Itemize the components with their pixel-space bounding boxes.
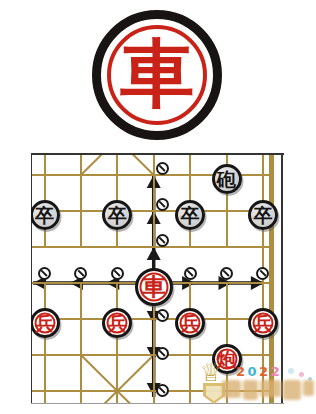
piece-glyph: 卒 <box>181 206 200 225</box>
piece-glyph: 車 <box>142 275 166 299</box>
board-border <box>31 153 32 404</box>
move-point-marker[interactable] <box>184 267 197 280</box>
watermark-year-digit: 2 <box>236 364 248 379</box>
move-point-marker[interactable] <box>156 384 169 397</box>
palace-diagonal <box>104 355 154 404</box>
black-soldier-c7[interactable]: 卒 <box>31 200 60 230</box>
move-point-marker[interactable] <box>74 267 87 280</box>
board-grid-line <box>116 282 118 404</box>
move-point-marker[interactable] <box>256 267 269 280</box>
move-point-marker[interactable] <box>156 347 169 360</box>
piece-glyph: 兵 <box>35 314 54 333</box>
piece-glyph: 砲 <box>217 170 236 189</box>
marker-slash <box>40 269 47 276</box>
palace-diagonal <box>81 355 130 404</box>
board-grid-line <box>189 282 191 404</box>
marker-slash <box>159 311 166 318</box>
red-soldier-c4[interactable]: 兵 <box>31 308 60 338</box>
board-grid-line <box>80 153 82 248</box>
move-point-marker[interactable] <box>220 267 233 280</box>
piece-glyph: 卒 <box>35 206 54 225</box>
piece-glyph: 兵 <box>253 314 272 333</box>
black-cannon-h8[interactable]: 砲 <box>212 164 242 194</box>
watermark-blur-text <box>222 380 314 402</box>
move-point-marker[interactable] <box>156 162 169 175</box>
marker-slash <box>159 236 166 243</box>
move-point-marker[interactable] <box>38 267 51 280</box>
palace-diagonal <box>81 153 103 175</box>
black-soldier-i7[interactable]: 卒 <box>248 200 278 230</box>
watermark-year-digit: 2 <box>271 364 283 379</box>
emblem-glyph: 車 <box>120 36 194 110</box>
palace-diagonal <box>132 153 154 175</box>
marker-slash <box>259 269 266 276</box>
watermark-year-digit: 0 <box>248 364 260 379</box>
crown-icon: ♕ <box>200 358 222 387</box>
watermark-dot <box>299 372 304 377</box>
marker-slash <box>113 269 120 276</box>
watermark-dot <box>288 368 294 374</box>
red-chariot-f5[interactable]: 車 <box>135 268 173 306</box>
piece-glyph: 卒 <box>253 206 272 225</box>
marker-slash <box>159 349 166 356</box>
arrowhead-up <box>147 247 161 260</box>
emblem-inner-ring: 車 <box>107 25 207 125</box>
piece-glyph: 兵 <box>108 314 127 333</box>
marker-slash <box>159 200 166 207</box>
marker-slash <box>186 269 193 276</box>
chariot-emblem: 車 <box>92 10 222 140</box>
board-grid-line <box>80 282 82 404</box>
diagram-page: 車 砲卒卒卒卒車兵兵兵兵炮 ♕ 2022 <box>0 0 316 414</box>
marker-slash <box>77 269 84 276</box>
red-soldier-i4[interactable]: 兵 <box>248 308 278 338</box>
black-soldier-e7[interactable]: 卒 <box>102 200 132 230</box>
watermark-year-digit: 2 <box>259 364 271 379</box>
move-point-marker[interactable] <box>156 234 169 247</box>
board-grid-line <box>44 282 46 404</box>
marker-slash <box>222 269 229 276</box>
move-point-marker[interactable] <box>111 267 124 280</box>
board-grid-line <box>153 153 155 248</box>
marker-slash <box>159 164 166 171</box>
piece-glyph: 兵 <box>181 314 200 333</box>
black-soldier-g7[interactable]: 卒 <box>175 200 205 230</box>
watermark-year: 2022 <box>236 364 282 379</box>
board-border <box>31 153 284 155</box>
marker-slash <box>159 386 166 393</box>
move-point-marker[interactable] <box>156 198 169 211</box>
board-border <box>31 403 284 405</box>
piece-glyph: 卒 <box>108 206 127 225</box>
red-soldier-e4[interactable]: 兵 <box>102 308 132 338</box>
red-soldier-g4[interactable]: 兵 <box>175 308 205 338</box>
move-point-marker[interactable] <box>156 309 169 322</box>
